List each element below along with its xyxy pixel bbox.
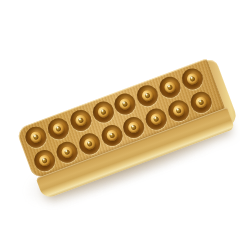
pit-center-bump bbox=[96, 105, 110, 119]
pit-center-hole bbox=[122, 101, 128, 107]
pit-center-bump bbox=[141, 89, 155, 103]
pit-center-hole bbox=[100, 109, 106, 115]
pit-center-bump bbox=[194, 95, 208, 109]
pit-center-bump bbox=[127, 120, 141, 134]
pit-center-hole bbox=[64, 149, 70, 155]
pit-cavity bbox=[187, 89, 214, 116]
pit-center-bump bbox=[118, 97, 132, 111]
pit-center-hole bbox=[189, 76, 195, 82]
pit-center-hole bbox=[144, 92, 150, 98]
pit-center-bump bbox=[51, 122, 65, 136]
pit-center-bump bbox=[82, 137, 96, 151]
pit-center-hole bbox=[78, 117, 84, 123]
pit-center-hole bbox=[42, 157, 48, 163]
pit-center-hole bbox=[131, 124, 137, 130]
pit-center-bump bbox=[38, 153, 52, 167]
pit-center-bump bbox=[105, 129, 119, 143]
pit-center-bump bbox=[74, 113, 88, 127]
pit-center-hole bbox=[109, 132, 115, 138]
pit-center-bump bbox=[171, 104, 185, 118]
pit-center-bump bbox=[29, 130, 43, 144]
pit-center-hole bbox=[198, 99, 204, 105]
pit-center-bump bbox=[60, 145, 74, 159]
pit-center-hole bbox=[175, 108, 181, 114]
pit-center-bump bbox=[185, 72, 199, 86]
pit-center-hole bbox=[33, 134, 39, 140]
pit-center-bump bbox=[163, 80, 177, 94]
pit-center-hole bbox=[153, 116, 159, 122]
pit-center-hole bbox=[55, 126, 61, 132]
pit-center-hole bbox=[167, 84, 173, 90]
pit-center-hole bbox=[86, 141, 92, 147]
board-photo-scene bbox=[0, 0, 240, 240]
pit-center-bump bbox=[149, 112, 163, 126]
